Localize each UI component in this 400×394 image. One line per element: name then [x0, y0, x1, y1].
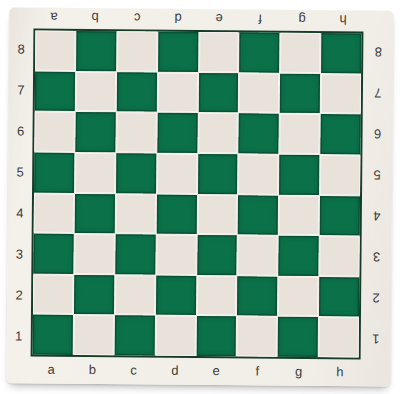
square-a1[interactable]	[33, 315, 73, 355]
square-d1[interactable]	[155, 316, 195, 356]
square-h7[interactable]	[321, 74, 361, 114]
square-g5[interactable]	[279, 155, 319, 195]
square-f8[interactable]	[239, 32, 279, 72]
square-c7[interactable]	[116, 72, 156, 112]
square-c5[interactable]	[116, 153, 156, 193]
rank-labels-left: 87654321	[7, 28, 34, 356]
square-a2[interactable]	[33, 274, 73, 314]
square-a3[interactable]	[33, 234, 73, 274]
file-labels-top: abcdefgh	[33, 8, 363, 32]
chess-mat: abcdefgh 87654321 87654321 abcdefgh	[6, 7, 393, 386]
square-a7[interactable]	[35, 71, 75, 111]
square-c3[interactable]	[115, 234, 155, 274]
file-labels-bottom: abcdefgh	[30, 357, 360, 387]
square-h8[interactable]	[321, 33, 361, 73]
square-d4[interactable]	[156, 194, 196, 234]
square-g3[interactable]	[279, 236, 319, 276]
coord-label-top-h: h	[322, 10, 363, 31]
square-c8[interactable]	[117, 31, 157, 71]
coord-label-bottom-b: b	[72, 357, 113, 384]
square-c4[interactable]	[115, 194, 155, 234]
square-h3[interactable]	[319, 236, 359, 276]
coord-label-left-8: 8	[9, 28, 33, 69]
square-c1[interactable]	[114, 316, 154, 356]
square-d6[interactable]	[157, 113, 197, 153]
coord-label-bottom-c: c	[113, 357, 154, 384]
square-d5[interactable]	[157, 153, 197, 193]
coord-label-left-4: 4	[8, 192, 32, 233]
square-h2[interactable]	[319, 277, 359, 317]
square-a6[interactable]	[34, 112, 74, 152]
coord-label-right-6: 6	[362, 113, 392, 154]
coord-label-top-g: g	[281, 10, 322, 31]
square-e1[interactable]	[196, 316, 236, 356]
square-f4[interactable]	[238, 195, 278, 235]
coord-label-right-2: 2	[361, 277, 391, 318]
square-b5[interactable]	[75, 153, 115, 193]
square-g2[interactable]	[278, 276, 318, 316]
square-e2[interactable]	[196, 276, 236, 316]
coord-label-left-6: 6	[8, 110, 32, 151]
square-f1[interactable]	[237, 317, 277, 357]
coord-label-top-a: a	[33, 8, 74, 29]
square-h4[interactable]	[320, 196, 360, 236]
square-a5[interactable]	[34, 152, 74, 192]
square-h5[interactable]	[320, 155, 360, 195]
coord-label-left-3: 3	[7, 233, 31, 274]
coord-label-top-e: e	[198, 9, 239, 30]
square-c6[interactable]	[116, 113, 156, 153]
square-a8[interactable]	[35, 31, 75, 71]
coord-label-right-3: 3	[361, 236, 391, 277]
coord-label-right-7: 7	[363, 72, 393, 113]
square-f3[interactable]	[238, 235, 278, 275]
square-b7[interactable]	[76, 72, 116, 112]
square-e7[interactable]	[198, 73, 238, 113]
square-g1[interactable]	[278, 317, 318, 357]
square-e4[interactable]	[197, 194, 237, 234]
coord-label-top-f: f	[240, 9, 281, 30]
square-g7[interactable]	[280, 73, 320, 113]
square-e8[interactable]	[199, 32, 239, 72]
square-d2[interactable]	[156, 275, 196, 315]
coord-label-right-1: 1	[361, 318, 391, 359]
square-f5[interactable]	[238, 154, 278, 194]
square-b8[interactable]	[76, 31, 116, 71]
square-d8[interactable]	[158, 32, 198, 72]
square-b2[interactable]	[74, 275, 114, 315]
square-b4[interactable]	[75, 193, 115, 233]
coord-label-right-4: 4	[362, 195, 392, 236]
coord-label-bottom-d: d	[154, 358, 195, 385]
coord-label-bottom-h: h	[319, 359, 360, 386]
square-e3[interactable]	[197, 235, 237, 275]
board	[31, 29, 364, 360]
coord-label-top-b: b	[75, 8, 116, 29]
coord-label-bottom-a: a	[30, 357, 71, 384]
square-h1[interactable]	[319, 317, 359, 357]
square-b3[interactable]	[74, 234, 114, 274]
chess-mat-photo: abcdefgh 87654321 87654321 abcdefgh	[0, 0, 400, 394]
square-d3[interactable]	[156, 235, 196, 275]
coord-label-right-8: 8	[363, 31, 393, 72]
coord-label-top-c: c	[116, 8, 157, 29]
coord-label-right-5: 5	[362, 154, 392, 195]
coord-label-left-1: 1	[7, 315, 31, 356]
square-b6[interactable]	[75, 112, 115, 152]
coord-label-left-2: 2	[7, 274, 31, 315]
coord-label-top-d: d	[157, 9, 198, 30]
square-a4[interactable]	[34, 193, 74, 233]
square-b1[interactable]	[73, 315, 113, 355]
coord-label-bottom-f: f	[237, 358, 278, 385]
coord-label-bottom-g: g	[278, 359, 319, 386]
square-g4[interactable]	[279, 195, 319, 235]
square-g8[interactable]	[280, 33, 320, 73]
square-f7[interactable]	[239, 73, 279, 113]
square-e5[interactable]	[198, 154, 238, 194]
square-d7[interactable]	[157, 72, 197, 112]
square-h6[interactable]	[321, 114, 361, 154]
rank-labels-right: 87654321	[361, 31, 394, 359]
coord-label-left-7: 7	[9, 69, 33, 110]
square-c2[interactable]	[115, 275, 155, 315]
coord-label-bottom-e: e	[195, 358, 236, 385]
square-f6[interactable]	[239, 114, 279, 154]
square-g6[interactable]	[280, 114, 320, 154]
square-f2[interactable]	[237, 276, 277, 316]
square-e6[interactable]	[198, 113, 238, 153]
coord-label-left-5: 5	[8, 151, 32, 192]
